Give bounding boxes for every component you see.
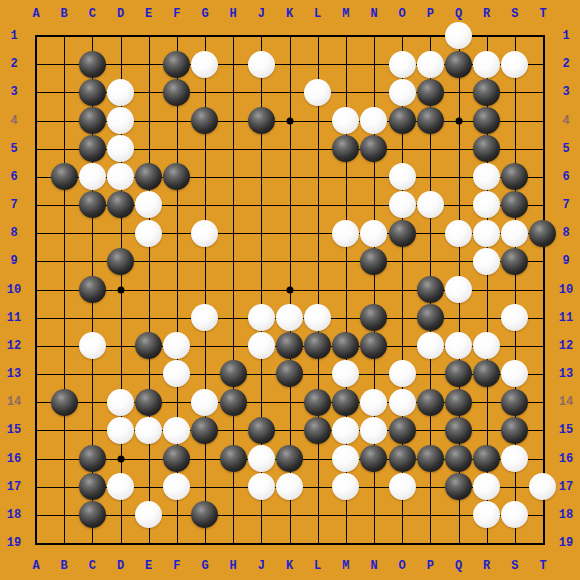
intersection-C1[interactable] [78, 22, 106, 50]
intersection-R11[interactable] [473, 304, 501, 332]
intersection-B13[interactable] [50, 360, 78, 388]
intersection-R7[interactable]: ○ [473, 191, 501, 219]
intersection-H2[interactable] [219, 50, 247, 78]
intersection-K5[interactable] [275, 135, 303, 163]
intersection-O11[interactable] [388, 304, 416, 332]
intersection-M7[interactable] [332, 191, 360, 219]
intersection-C17[interactable]: ● [78, 473, 106, 501]
intersection-D9[interactable]: ● [106, 247, 134, 275]
intersection-H9[interactable] [219, 247, 247, 275]
intersection-L3[interactable]: ○ [304, 78, 332, 106]
intersection-E4[interactable] [135, 106, 163, 134]
intersection-B5[interactable] [50, 135, 78, 163]
intersection-N11[interactable]: ● [360, 304, 388, 332]
intersection-P4[interactable]: ● [416, 106, 444, 134]
intersection-M5[interactable]: ● [332, 135, 360, 163]
intersection-E6[interactable]: ● [135, 163, 163, 191]
intersection-B18[interactable] [50, 501, 78, 529]
intersection-S19[interactable] [501, 529, 529, 557]
intersection-E7[interactable]: ○ [135, 191, 163, 219]
intersection-N16[interactable]: ● [360, 444, 388, 472]
intersection-T14[interactable] [529, 388, 557, 416]
intersection-A9[interactable] [22, 247, 50, 275]
intersection-A4[interactable] [22, 106, 50, 134]
intersection-H1[interactable] [219, 22, 247, 50]
intersection-Q12[interactable]: ○ [444, 332, 472, 360]
intersection-S11[interactable]: ○ [501, 304, 529, 332]
intersection-Q19[interactable] [444, 529, 472, 557]
intersection-L19[interactable] [304, 529, 332, 557]
intersection-N14[interactable]: ○ [360, 388, 388, 416]
intersection-N8[interactable]: ○ [360, 219, 388, 247]
intersection-F14[interactable] [163, 388, 191, 416]
intersection-O13[interactable]: ○ [388, 360, 416, 388]
intersection-Q9[interactable] [444, 247, 472, 275]
intersection-P1[interactable] [416, 22, 444, 50]
intersection-J17[interactable]: ○ [247, 473, 275, 501]
intersection-S5[interactable] [501, 135, 529, 163]
intersection-T4[interactable] [529, 106, 557, 134]
intersection-J19[interactable] [247, 529, 275, 557]
intersection-Q4[interactable] [444, 106, 472, 134]
intersection-G13[interactable] [191, 360, 219, 388]
intersection-B1[interactable] [50, 22, 78, 50]
intersection-O7[interactable]: ○ [388, 191, 416, 219]
intersection-C4[interactable]: ● [78, 106, 106, 134]
intersection-F3[interactable]: ● [163, 78, 191, 106]
intersection-O3[interactable]: ○ [388, 78, 416, 106]
intersection-A5[interactable] [22, 135, 50, 163]
intersection-L17[interactable] [304, 473, 332, 501]
intersection-J12[interactable]: ○ [247, 332, 275, 360]
intersection-T9[interactable] [529, 247, 557, 275]
intersection-G5[interactable] [191, 135, 219, 163]
intersection-P10[interactable]: ● [416, 275, 444, 303]
intersection-A6[interactable] [22, 163, 50, 191]
intersection-M11[interactable] [332, 304, 360, 332]
intersection-K17[interactable]: ○ [275, 473, 303, 501]
intersection-H13[interactable]: ● [219, 360, 247, 388]
intersection-S17[interactable] [501, 473, 529, 501]
intersection-G12[interactable] [191, 332, 219, 360]
intersection-O6[interactable]: ○ [388, 163, 416, 191]
intersection-P5[interactable] [416, 135, 444, 163]
intersection-R2[interactable]: ○ [473, 50, 501, 78]
intersection-D19[interactable] [106, 529, 134, 557]
intersection-L8[interactable] [304, 219, 332, 247]
intersection-Q15[interactable]: ● [444, 416, 472, 444]
intersection-Q17[interactable]: ● [444, 473, 472, 501]
intersection-N13[interactable] [360, 360, 388, 388]
intersection-C15[interactable] [78, 416, 106, 444]
intersection-K3[interactable] [275, 78, 303, 106]
intersection-Q18[interactable] [444, 501, 472, 529]
intersection-E9[interactable] [135, 247, 163, 275]
intersection-Q5[interactable] [444, 135, 472, 163]
intersection-N9[interactable]: ● [360, 247, 388, 275]
intersection-D4[interactable]: ○ [106, 106, 134, 134]
intersection-K7[interactable] [275, 191, 303, 219]
intersection-D14[interactable]: ○ [106, 388, 134, 416]
intersection-E3[interactable] [135, 78, 163, 106]
intersection-O16[interactable]: ● [388, 444, 416, 472]
intersection-E1[interactable] [135, 22, 163, 50]
intersection-J14[interactable] [247, 388, 275, 416]
intersection-C8[interactable] [78, 219, 106, 247]
intersection-L11[interactable]: ○ [304, 304, 332, 332]
intersection-H5[interactable] [219, 135, 247, 163]
intersection-T17[interactable]: ○ [529, 473, 557, 501]
intersection-R12[interactable]: ○ [473, 332, 501, 360]
intersection-K11[interactable]: ○ [275, 304, 303, 332]
intersection-M13[interactable]: ○ [332, 360, 360, 388]
intersection-B14[interactable]: ● [50, 388, 78, 416]
intersection-M9[interactable] [332, 247, 360, 275]
intersection-N17[interactable] [360, 473, 388, 501]
intersection-H11[interactable] [219, 304, 247, 332]
intersection-E2[interactable] [135, 50, 163, 78]
intersection-B15[interactable] [50, 416, 78, 444]
intersection-K8[interactable] [275, 219, 303, 247]
intersection-K14[interactable] [275, 388, 303, 416]
intersection-F18[interactable] [163, 501, 191, 529]
intersection-B11[interactable] [50, 304, 78, 332]
intersection-P11[interactable]: ● [416, 304, 444, 332]
intersection-B7[interactable] [50, 191, 78, 219]
intersection-C2[interactable]: ● [78, 50, 106, 78]
intersection-T8[interactable]: ● [529, 219, 557, 247]
intersection-T5[interactable] [529, 135, 557, 163]
intersection-G16[interactable] [191, 444, 219, 472]
intersection-K2[interactable] [275, 50, 303, 78]
intersection-E14[interactable]: ● [135, 388, 163, 416]
intersection-L6[interactable] [304, 163, 332, 191]
intersection-Q2[interactable]: ● [444, 50, 472, 78]
intersection-R14[interactable] [473, 388, 501, 416]
intersection-G15[interactable]: ● [191, 416, 219, 444]
intersection-O9[interactable] [388, 247, 416, 275]
intersection-R4[interactable]: ● [473, 106, 501, 134]
intersection-J6[interactable] [247, 163, 275, 191]
intersection-T2[interactable] [529, 50, 557, 78]
intersection-P16[interactable]: ● [416, 444, 444, 472]
intersection-P12[interactable]: ○ [416, 332, 444, 360]
intersection-A7[interactable] [22, 191, 50, 219]
intersection-Q6[interactable] [444, 163, 472, 191]
intersection-D5[interactable]: ○ [106, 135, 134, 163]
intersection-O12[interactable] [388, 332, 416, 360]
intersection-N1[interactable] [360, 22, 388, 50]
intersection-F4[interactable] [163, 106, 191, 134]
intersection-M10[interactable] [332, 275, 360, 303]
intersection-B2[interactable] [50, 50, 78, 78]
intersection-Q16[interactable]: ● [444, 444, 472, 472]
intersection-T10[interactable] [529, 275, 557, 303]
intersection-J16[interactable]: ○ [247, 444, 275, 472]
intersection-J4[interactable]: ● [247, 106, 275, 134]
intersection-T1[interactable] [529, 22, 557, 50]
intersection-G3[interactable] [191, 78, 219, 106]
intersection-F13[interactable]: ○ [163, 360, 191, 388]
intersection-N18[interactable] [360, 501, 388, 529]
intersection-E18[interactable]: ○ [135, 501, 163, 529]
intersection-H15[interactable] [219, 416, 247, 444]
intersection-N6[interactable] [360, 163, 388, 191]
intersection-G8[interactable]: ○ [191, 219, 219, 247]
intersection-G19[interactable] [191, 529, 219, 557]
intersection-A8[interactable] [22, 219, 50, 247]
intersection-H3[interactable] [219, 78, 247, 106]
intersection-O15[interactable]: ● [388, 416, 416, 444]
intersection-J9[interactable] [247, 247, 275, 275]
intersection-R13[interactable]: ● [473, 360, 501, 388]
intersection-M14[interactable]: ● [332, 388, 360, 416]
intersection-R18[interactable]: ○ [473, 501, 501, 529]
intersection-K9[interactable] [275, 247, 303, 275]
intersection-J15[interactable]: ● [247, 416, 275, 444]
intersection-N10[interactable] [360, 275, 388, 303]
intersection-A12[interactable] [22, 332, 50, 360]
intersection-M17[interactable]: ○ [332, 473, 360, 501]
intersection-G7[interactable] [191, 191, 219, 219]
intersection-K4[interactable] [275, 106, 303, 134]
intersection-O2[interactable]: ○ [388, 50, 416, 78]
intersection-E19[interactable] [135, 529, 163, 557]
intersection-D13[interactable] [106, 360, 134, 388]
intersection-C10[interactable]: ● [78, 275, 106, 303]
intersection-F15[interactable]: ○ [163, 416, 191, 444]
intersection-O10[interactable] [388, 275, 416, 303]
intersection-H7[interactable] [219, 191, 247, 219]
intersection-R9[interactable]: ○ [473, 247, 501, 275]
intersection-A1[interactable] [22, 22, 50, 50]
intersection-T12[interactable] [529, 332, 557, 360]
intersection-O8[interactable]: ● [388, 219, 416, 247]
intersection-P19[interactable] [416, 529, 444, 557]
intersection-P13[interactable] [416, 360, 444, 388]
intersection-S8[interactable]: ○ [501, 219, 529, 247]
intersection-A13[interactable] [22, 360, 50, 388]
intersection-J7[interactable] [247, 191, 275, 219]
intersection-B19[interactable] [50, 529, 78, 557]
intersection-M6[interactable] [332, 163, 360, 191]
intersection-D11[interactable] [106, 304, 134, 332]
intersection-J1[interactable] [247, 22, 275, 50]
intersection-F1[interactable] [163, 22, 191, 50]
intersection-C6[interactable]: ○ [78, 163, 106, 191]
intersection-R8[interactable]: ○ [473, 219, 501, 247]
intersection-S4[interactable] [501, 106, 529, 134]
intersection-Q3[interactable] [444, 78, 472, 106]
intersection-G18[interactable]: ● [191, 501, 219, 529]
intersection-S13[interactable]: ○ [501, 360, 529, 388]
intersection-R10[interactable] [473, 275, 501, 303]
intersection-O19[interactable] [388, 529, 416, 557]
intersection-D18[interactable] [106, 501, 134, 529]
intersection-F2[interactable]: ● [163, 50, 191, 78]
intersection-Q1[interactable]: ○ [444, 22, 472, 50]
intersection-N4[interactable]: ○ [360, 106, 388, 134]
intersection-A2[interactable] [22, 50, 50, 78]
intersection-J10[interactable] [247, 275, 275, 303]
intersection-M12[interactable]: ● [332, 332, 360, 360]
intersection-Q11[interactable] [444, 304, 472, 332]
intersection-M3[interactable] [332, 78, 360, 106]
intersection-H10[interactable] [219, 275, 247, 303]
intersection-S15[interactable]: ● [501, 416, 529, 444]
intersection-R17[interactable]: ○ [473, 473, 501, 501]
intersection-H18[interactable] [219, 501, 247, 529]
intersection-N19[interactable] [360, 529, 388, 557]
intersection-N2[interactable] [360, 50, 388, 78]
intersection-B3[interactable] [50, 78, 78, 106]
intersection-P7[interactable]: ○ [416, 191, 444, 219]
intersection-Q14[interactable]: ● [444, 388, 472, 416]
intersection-T18[interactable] [529, 501, 557, 529]
intersection-J11[interactable]: ○ [247, 304, 275, 332]
intersection-L1[interactable] [304, 22, 332, 50]
intersection-E11[interactable] [135, 304, 163, 332]
intersection-T19[interactable] [529, 529, 557, 557]
intersection-S18[interactable]: ○ [501, 501, 529, 529]
intersection-L15[interactable]: ● [304, 416, 332, 444]
intersection-H4[interactable] [219, 106, 247, 134]
intersection-D10[interactable] [106, 275, 134, 303]
intersection-Q13[interactable]: ● [444, 360, 472, 388]
intersection-B16[interactable] [50, 444, 78, 472]
intersection-T6[interactable] [529, 163, 557, 191]
intersection-A19[interactable] [22, 529, 50, 557]
intersection-B4[interactable] [50, 106, 78, 134]
intersection-H16[interactable]: ● [219, 444, 247, 472]
intersection-H8[interactable] [219, 219, 247, 247]
intersection-K16[interactable]: ● [275, 444, 303, 472]
intersection-C11[interactable] [78, 304, 106, 332]
intersection-R3[interactable]: ● [473, 78, 501, 106]
intersection-P9[interactable] [416, 247, 444, 275]
intersection-E16[interactable] [135, 444, 163, 472]
intersection-M16[interactable]: ○ [332, 444, 360, 472]
intersection-E17[interactable] [135, 473, 163, 501]
intersection-C13[interactable] [78, 360, 106, 388]
intersection-J13[interactable] [247, 360, 275, 388]
intersection-C19[interactable] [78, 529, 106, 557]
intersection-L9[interactable] [304, 247, 332, 275]
intersection-F9[interactable] [163, 247, 191, 275]
intersection-P18[interactable] [416, 501, 444, 529]
intersection-N5[interactable]: ● [360, 135, 388, 163]
intersection-S2[interactable]: ○ [501, 50, 529, 78]
intersection-D17[interactable]: ○ [106, 473, 134, 501]
intersection-B12[interactable] [50, 332, 78, 360]
intersection-L16[interactable] [304, 444, 332, 472]
intersection-T7[interactable] [529, 191, 557, 219]
intersection-F10[interactable] [163, 275, 191, 303]
intersection-S14[interactable]: ● [501, 388, 529, 416]
intersection-S7[interactable]: ● [501, 191, 529, 219]
intersection-G2[interactable]: ○ [191, 50, 219, 78]
intersection-N3[interactable] [360, 78, 388, 106]
intersection-J2[interactable]: ○ [247, 50, 275, 78]
intersection-C9[interactable] [78, 247, 106, 275]
intersection-G1[interactable] [191, 22, 219, 50]
intersection-B10[interactable] [50, 275, 78, 303]
intersection-M4[interactable]: ○ [332, 106, 360, 134]
intersection-H14[interactable]: ● [219, 388, 247, 416]
intersection-F19[interactable] [163, 529, 191, 557]
intersection-B8[interactable] [50, 219, 78, 247]
intersection-G10[interactable] [191, 275, 219, 303]
intersection-L12[interactable]: ● [304, 332, 332, 360]
intersection-S1[interactable] [501, 22, 529, 50]
intersection-S16[interactable]: ○ [501, 444, 529, 472]
intersection-C5[interactable]: ● [78, 135, 106, 163]
intersection-O1[interactable] [388, 22, 416, 50]
intersection-L14[interactable]: ● [304, 388, 332, 416]
intersection-S10[interactable] [501, 275, 529, 303]
intersection-N15[interactable]: ○ [360, 416, 388, 444]
intersection-B6[interactable]: ● [50, 163, 78, 191]
intersection-E15[interactable]: ○ [135, 416, 163, 444]
intersection-K18[interactable] [275, 501, 303, 529]
intersection-K10[interactable] [275, 275, 303, 303]
intersection-H12[interactable] [219, 332, 247, 360]
intersection-H17[interactable] [219, 473, 247, 501]
intersection-F12[interactable]: ○ [163, 332, 191, 360]
intersection-T11[interactable] [529, 304, 557, 332]
intersection-H6[interactable] [219, 163, 247, 191]
intersection-C3[interactable]: ● [78, 78, 106, 106]
intersection-O4[interactable]: ● [388, 106, 416, 134]
intersection-P8[interactable] [416, 219, 444, 247]
intersection-P6[interactable] [416, 163, 444, 191]
intersection-G9[interactable] [191, 247, 219, 275]
intersection-F11[interactable] [163, 304, 191, 332]
intersection-K12[interactable]: ● [275, 332, 303, 360]
intersection-D12[interactable] [106, 332, 134, 360]
intersection-C7[interactable]: ● [78, 191, 106, 219]
intersection-T13[interactable] [529, 360, 557, 388]
intersection-G14[interactable]: ○ [191, 388, 219, 416]
intersection-J18[interactable] [247, 501, 275, 529]
intersection-G6[interactable] [191, 163, 219, 191]
intersection-D6[interactable]: ○ [106, 163, 134, 191]
intersection-D8[interactable] [106, 219, 134, 247]
intersection-D1[interactable] [106, 22, 134, 50]
intersection-R15[interactable] [473, 416, 501, 444]
intersection-L10[interactable] [304, 275, 332, 303]
intersection-T15[interactable] [529, 416, 557, 444]
intersection-S12[interactable] [501, 332, 529, 360]
intersection-F16[interactable]: ● [163, 444, 191, 472]
intersection-S6[interactable]: ● [501, 163, 529, 191]
intersection-A10[interactable] [22, 275, 50, 303]
intersection-R5[interactable]: ● [473, 135, 501, 163]
intersection-P15[interactable] [416, 416, 444, 444]
intersection-G11[interactable]: ○ [191, 304, 219, 332]
intersection-G4[interactable]: ● [191, 106, 219, 134]
intersection-F8[interactable] [163, 219, 191, 247]
intersection-O18[interactable] [388, 501, 416, 529]
intersection-F6[interactable]: ● [163, 163, 191, 191]
intersection-A3[interactable] [22, 78, 50, 106]
intersection-O17[interactable]: ○ [388, 473, 416, 501]
intersection-S3[interactable] [501, 78, 529, 106]
intersection-J3[interactable] [247, 78, 275, 106]
intersection-E12[interactable]: ● [135, 332, 163, 360]
intersection-C16[interactable]: ● [78, 444, 106, 472]
intersection-L2[interactable] [304, 50, 332, 78]
